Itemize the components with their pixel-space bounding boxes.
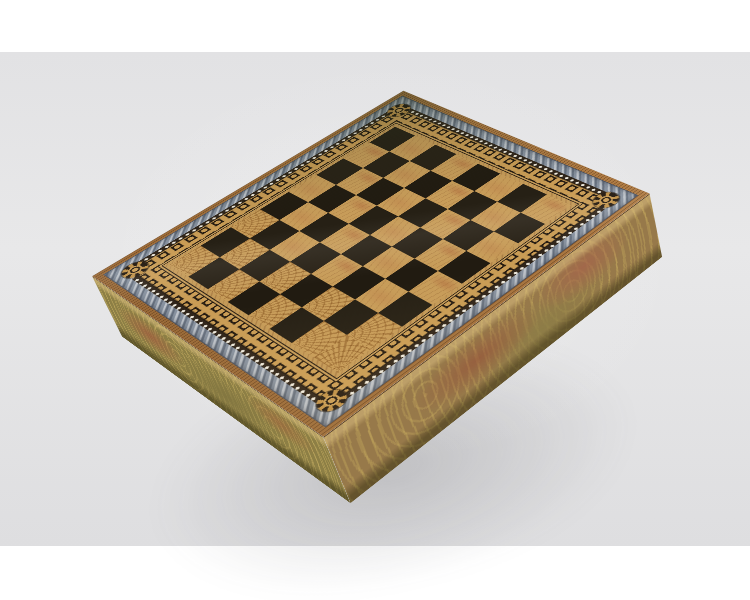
square-r6c5 [302,286,355,320]
square-r3c7 [438,251,491,284]
square-r3c6 [415,239,467,271]
corner-flower-icon [311,386,353,416]
square-r2c7 [466,232,518,264]
square-r5c4 [311,254,363,286]
square-r6c3 [259,262,311,295]
square-r1c7 [494,213,545,244]
square-r6c7 [347,313,402,349]
square-r4c5 [363,247,415,279]
square-r7c6 [292,321,347,358]
square-r4c6 [385,259,438,292]
square-r7c2 [208,269,260,302]
square-r7c5 [270,307,324,343]
square-r3c5 [392,228,443,259]
perspective-wrapper [0,0,750,600]
square-r5c6 [355,279,408,313]
square-r6c6 [324,299,378,334]
square-r4c4 [341,235,392,266]
square-r7c3 [228,282,280,316]
square-r6c2 [239,250,290,282]
product-photo-background [0,0,750,600]
chess-board-box [92,91,649,437]
square-r7c7 [315,335,371,373]
camera-roll-wrapper [0,0,750,600]
square-r7c4 [248,294,301,329]
square-r4c7 [408,271,461,305]
square-r6c4 [280,274,332,307]
square-r2c6 [443,220,494,251]
square-r5c3 [290,242,341,273]
square-r5c5 [333,266,386,299]
square-r5c7 [378,292,432,327]
